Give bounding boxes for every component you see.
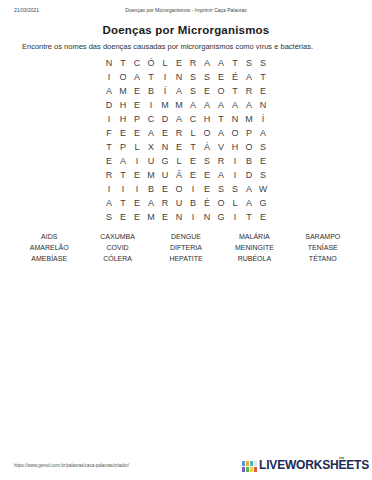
logo-icon-cell <box>246 461 249 466</box>
grid-cell-r7c3[interactable]: L <box>130 140 144 154</box>
grid-cell-r11c10[interactable]: L <box>228 196 242 210</box>
grid-cell-r9c11[interactable]: D <box>242 168 256 182</box>
grid-cell-r3c2[interactable]: M <box>116 84 130 98</box>
word-list-column-1: AIDSAMARELÃOAMEBÍASE <box>15 231 83 264</box>
grid-cell-r11c5[interactable]: R <box>158 196 172 210</box>
grid-cell-r7c2[interactable]: P <box>116 140 130 154</box>
grid-cell-r11c2[interactable]: T <box>116 196 130 210</box>
liveworksheets-logo-icon <box>242 461 257 472</box>
grid-cell-r11c12[interactable]: G <box>256 196 270 210</box>
grid-cell-r2c1[interactable]: I <box>102 70 116 84</box>
grid-cell-r11c1[interactable]: A <box>102 196 116 210</box>
grid-cell-r5c12[interactable]: Í <box>256 112 270 126</box>
grid-cell-r4c7[interactable]: A <box>186 98 200 112</box>
grid-cell-r4c12[interactable]: N <box>256 98 270 112</box>
grid-cell-r8c6[interactable]: L <box>172 154 186 168</box>
grid-cell-r12c8[interactable]: N <box>200 210 214 224</box>
grid-cell-r6c2[interactable]: E <box>116 126 130 140</box>
grid-cell-r8c3[interactable]: I <box>130 154 144 168</box>
grid-cell-r3c5[interactable]: Í <box>158 84 172 98</box>
grid-cell-r7c11[interactable]: O <box>242 140 256 154</box>
grid-cell-r4c1[interactable]: D <box>102 98 116 112</box>
grid-cell-r9c7[interactable]: E <box>186 168 200 182</box>
liveworksheets-logo-text: LIVEWORKSHEETS <box>259 458 369 472</box>
word-item: HEPATITE <box>152 253 220 264</box>
grid-cell-r5c4[interactable]: C <box>144 112 158 126</box>
grid-cell-r11c4[interactable]: A <box>144 196 158 210</box>
grid-cell-r9c9[interactable]: A <box>214 168 228 182</box>
grid-cell-r2c4[interactable]: T <box>144 70 158 84</box>
grid-cell-r2c11[interactable]: A <box>242 70 256 84</box>
browser-print-header: 21/03/2021 Doenças por Microrganismos - … <box>0 7 372 17</box>
grid-cell-r6c5[interactable]: E <box>158 126 172 140</box>
grid-cell-r1c12[interactable]: S <box>256 56 270 70</box>
grid-cell-r5c8[interactable]: H <box>200 112 214 126</box>
word-list-column-5: SARAMPOTENÍASETÉTANO <box>289 231 357 264</box>
grid-cell-r6c9[interactable]: A <box>214 126 228 140</box>
logo-icon-cell <box>250 467 253 472</box>
grid-cell-r8c10[interactable]: I <box>228 154 242 168</box>
grid-cell-r9c12[interactable]: S <box>256 168 270 182</box>
word-item: AMARELÃO <box>15 242 83 253</box>
grid-cell-r3c7[interactable]: S <box>186 84 200 98</box>
logo-icon-cell <box>250 461 253 466</box>
grid-cell-r11c6[interactable]: U <box>172 196 186 210</box>
grid-cell-r6c6[interactable]: R <box>172 126 186 140</box>
grid-cell-r1c8[interactable]: A <box>200 56 214 70</box>
grid-cell-r2c5[interactable]: I <box>158 70 172 84</box>
grid-cell-r7c4[interactable]: X <box>144 140 158 154</box>
page-title: Doenças por Microrganismos <box>0 24 372 36</box>
grid-cell-r10c4[interactable]: B <box>144 182 158 196</box>
grid-cell-r9c8[interactable]: E <box>200 168 214 182</box>
grid-cell-r8c4[interactable]: U <box>144 154 158 168</box>
word-item: MALÁRIA <box>220 231 288 242</box>
word-list: AIDSAMARELÃOAMEBÍASECAXUMBACOVIDCÓLERADE… <box>15 231 357 264</box>
word-item: DIFTERIA <box>152 242 220 253</box>
grid-cell-r3c6[interactable]: A <box>172 84 186 98</box>
word-item: DENGUE <box>152 231 220 242</box>
grid-cell-r2c10[interactable]: É <box>228 70 242 84</box>
grid-cell-r10c11[interactable]: A <box>242 182 256 196</box>
grid-cell-r10c7[interactable]: I <box>186 182 200 196</box>
word-item: AMEBÍASE <box>15 253 83 264</box>
grid-cell-r5c11[interactable]: M <box>242 112 256 126</box>
puzzle-instruction: Encontre os nomes das doenças causadas p… <box>22 42 358 51</box>
grid-cell-r1c4[interactable]: Ó <box>144 56 158 70</box>
grid-cell-r8c2[interactable]: A <box>116 154 130 168</box>
grid-cell-r10c10[interactable]: S <box>228 182 242 196</box>
grid-cell-r1c1[interactable]: N <box>102 56 116 70</box>
word-item: SARAMPO <box>289 231 357 242</box>
grid-cell-r12c5[interactable]: E <box>158 210 172 224</box>
grid-cell-r3c8[interactable]: E <box>200 84 214 98</box>
grid-cell-r12c2[interactable]: E <box>116 210 130 224</box>
grid-cell-r9c3[interactable]: E <box>130 168 144 182</box>
grid-cell-r8c12[interactable]: E <box>256 154 270 168</box>
grid-cell-r5c1[interactable]: I <box>102 112 116 126</box>
grid-cell-r10c9[interactable]: S <box>214 182 228 196</box>
word-item: RUBÉOLA <box>220 253 288 264</box>
grid-cell-r11c3[interactable]: E <box>130 196 144 210</box>
grid-cell-r7c8[interactable]: Á <box>200 140 214 154</box>
word-item: AIDS <box>15 231 83 242</box>
grid-cell-r9c10[interactable]: I <box>228 168 242 182</box>
grid-cell-r12c7[interactable]: I <box>186 210 200 224</box>
grid-cell-r4c8[interactable]: A <box>200 98 214 112</box>
grid-cell-r1c11[interactable]: S <box>242 56 256 70</box>
word-item: COVID <box>83 242 151 253</box>
grid-cell-r1c6[interactable]: E <box>172 56 186 70</box>
grid-cell-r3c10[interactable]: T <box>228 84 242 98</box>
grid-cell-r11c7[interactable]: B <box>186 196 200 210</box>
grid-cell-r2c3[interactable]: A <box>130 70 144 84</box>
grid-cell-r6c12[interactable]: A <box>256 126 270 140</box>
grid-cell-r6c3[interactable]: E <box>130 126 144 140</box>
grid-cell-r4c4[interactable]: I <box>144 98 158 112</box>
grid-cell-r12c9[interactable]: G <box>214 210 228 224</box>
grid-cell-r3c1[interactable]: A <box>102 84 116 98</box>
logo-icon-cell <box>246 467 249 472</box>
grid-cell-r8c11[interactable]: B <box>242 154 256 168</box>
grid-cell-r6c7[interactable]: L <box>186 126 200 140</box>
grid-cell-r4c6[interactable]: M <box>172 98 186 112</box>
grid-cell-r8c9[interactable]: R <box>214 154 228 168</box>
word-item: CAXUMBA <box>83 231 151 242</box>
grid-cell-r12c6[interactable]: N <box>172 210 186 224</box>
grid-cell-r9c5[interactable]: U <box>158 168 172 182</box>
grid-cell-r9c2[interactable]: T <box>116 168 130 182</box>
grid-cell-r12c11[interactable]: T <box>242 210 256 224</box>
grid-cell-r4c10[interactable]: A <box>228 98 242 112</box>
grid-cell-r10c6[interactable]: O <box>172 182 186 196</box>
grid-cell-r10c12[interactable]: W <box>256 182 270 196</box>
grid-cell-r8c7[interactable]: E <box>186 154 200 168</box>
footer-url: https://www.geniol.com.br/palavras/caca-… <box>14 463 129 468</box>
grid-cell-r5c2[interactable]: H <box>116 112 130 126</box>
grid-cell-r3c11[interactable]: R <box>242 84 256 98</box>
grid-cell-r12c1[interactable]: S <box>102 210 116 224</box>
grid-cell-r8c1[interactable]: E <box>102 154 116 168</box>
grid-cell-r12c12[interactable]: E <box>256 210 270 224</box>
logo-icon-cell <box>242 467 245 472</box>
logo-text-pre: LIVEWORKSH <box>259 458 338 472</box>
grid-cell-r12c3[interactable]: E <box>130 210 144 224</box>
word-item: TENÍASE <box>289 242 357 253</box>
grid-cell-r7c12[interactable]: S <box>256 140 270 154</box>
grid-cell-r7c5[interactable]: N <box>158 140 172 154</box>
print-page: 21/03/2021 Doenças por Microrganismos - … <box>0 0 372 480</box>
grid-cell-r6c10[interactable]: O <box>228 126 242 140</box>
grid-cell-r10c1[interactable]: I <box>102 182 116 196</box>
grid-cell-r7c1[interactable]: T <box>102 140 116 154</box>
word-list-column-2: CAXUMBACOVIDCÓLERA <box>83 231 151 264</box>
logo-icon-cell <box>254 461 257 466</box>
grid-cell-r10c8[interactable]: E <box>200 182 214 196</box>
grid-cell-r6c11[interactable]: P <box>242 126 256 140</box>
word-list-column-3: DENGUEDIFTERIAHEPATITE <box>152 231 220 264</box>
logo-icon-cell <box>254 467 257 472</box>
word-item: TÉTANO <box>289 253 357 264</box>
grid-cell-r7c7[interactable]: T <box>186 140 200 154</box>
word-item: CÓLERA <box>83 253 151 264</box>
grid-cell-r2c7[interactable]: S <box>186 70 200 84</box>
grid-cell-r11c8[interactable]: É <box>200 196 214 210</box>
grid-cell-r9c1[interactable]: R <box>102 168 116 182</box>
grid-cell-r3c12[interactable]: E <box>256 84 270 98</box>
grid-cell-r1c10[interactable]: T <box>228 56 242 70</box>
grid-cell-r4c11[interactable]: A <box>242 98 256 112</box>
grid-cell-r6c4[interactable]: A <box>144 126 158 140</box>
grid-cell-r1c9[interactable]: A <box>214 56 228 70</box>
grid-cell-r2c6[interactable]: N <box>172 70 186 84</box>
grid-cell-r12c10[interactable]: I <box>228 210 242 224</box>
logo-icon-cell <box>242 461 245 466</box>
grid-cell-r7c6[interactable]: E <box>172 140 186 154</box>
grid-cell-r6c8[interactable]: O <box>200 126 214 140</box>
grid-cell-r5c9[interactable]: T <box>214 112 228 126</box>
grid-cell-r1c2[interactable]: T <box>116 56 130 70</box>
word-item: MENINGITE <box>220 242 288 253</box>
word-search-grid: NTCÓLERAATSSIOATINSSEÉATAMEBÍASEOTREDHEI… <box>102 56 270 224</box>
grid-cell-r4c2[interactable]: H <box>116 98 130 112</box>
grid-cell-r5c10[interactable]: N <box>228 112 242 126</box>
grid-cell-r7c10[interactable]: H <box>228 140 242 154</box>
grid-cell-r1c3[interactable]: C <box>130 56 144 70</box>
liveworksheets-logo: LIVEWORKSHEETS <box>242 458 369 472</box>
grid-cell-r1c7[interactable]: R <box>186 56 200 70</box>
grid-cell-r8c8[interactable]: S <box>200 154 214 168</box>
grid-cell-r6c1[interactable]: F <box>102 126 116 140</box>
logo-text-post: ETS <box>346 458 369 472</box>
grid-cell-r5c5[interactable]: D <box>158 112 172 126</box>
grid-cell-r3c9[interactable]: O <box>214 84 228 98</box>
grid-cell-r4c9[interactable]: A <box>214 98 228 112</box>
grid-cell-r2c2[interactable]: O <box>116 70 130 84</box>
grid-cell-r5c3[interactable]: P <box>130 112 144 126</box>
grid-cell-r1c5[interactable]: L <box>158 56 172 70</box>
logo-text-mid: E <box>338 458 346 472</box>
grid-cell-r10c2[interactable]: I <box>116 182 130 196</box>
grid-cell-r9c4[interactable]: M <box>144 168 158 182</box>
grid-cell-r7c9[interactable]: V <box>214 140 228 154</box>
grid-cell-r2c9[interactable]: E <box>214 70 228 84</box>
grid-cell-r2c8[interactable]: S <box>200 70 214 84</box>
grid-cell-r11c11[interactable]: A <box>242 196 256 210</box>
grid-cell-r4c3[interactable]: E <box>130 98 144 112</box>
logo-accent-icon <box>339 457 344 459</box>
print-doc-title: Doenças por Microrganismos - Imprimir Ca… <box>0 7 372 13</box>
grid-cell-r3c3[interactable]: E <box>130 84 144 98</box>
word-list-column-4: MALÁRIAMENINGITERUBÉOLA <box>220 231 288 264</box>
grid-cell-r10c3[interactable]: I <box>130 182 144 196</box>
grid-cell-r10c5[interactable]: E <box>158 182 172 196</box>
grid-cell-r3c4[interactable]: B <box>144 84 158 98</box>
grid-cell-r2c12[interactable]: T <box>256 70 270 84</box>
grid-cell-r8c5[interactable]: G <box>158 154 172 168</box>
grid-cell-r9c6[interactable]: Ã <box>172 168 186 182</box>
grid-cell-r12c4[interactable]: M <box>144 210 158 224</box>
grid-cell-r4c5[interactable]: M <box>158 98 172 112</box>
grid-cell-r5c7[interactable]: C <box>186 112 200 126</box>
grid-cell-r11c9[interactable]: O <box>214 196 228 210</box>
grid-cell-r5c6[interactable]: A <box>172 112 186 126</box>
